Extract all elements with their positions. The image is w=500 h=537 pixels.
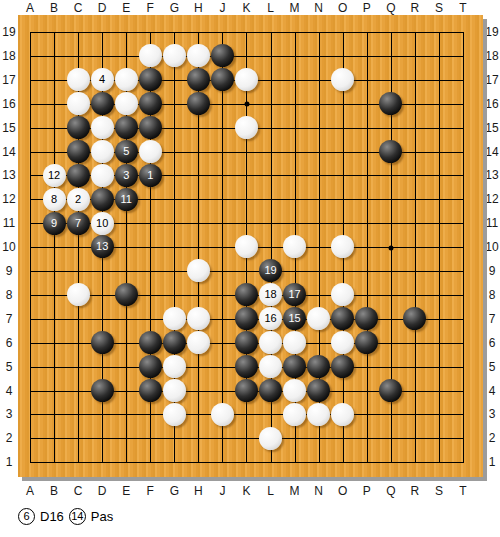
intersection-J12[interactable] [210,187,234,211]
intersection-B9[interactable] [42,259,66,283]
intersection-T18[interactable] [451,44,475,68]
intersection-E3[interactable] [114,402,138,426]
intersection-L18[interactable] [259,44,283,68]
intersection-M1[interactable] [283,450,307,474]
intersection-S15[interactable] [427,116,451,140]
intersection-G18[interactable] [162,44,186,68]
intersection-L7[interactable]: 16 [259,307,283,331]
intersection-B14[interactable] [42,139,66,163]
intersection-A5[interactable] [18,355,42,379]
intersection-H7[interactable] [186,307,210,331]
intersection-N11[interactable] [307,211,331,235]
intersection-R2[interactable] [403,426,427,450]
intersection-H5[interactable] [186,355,210,379]
intersection-G19[interactable] [162,20,186,44]
intersection-G2[interactable] [162,426,186,450]
intersection-L16[interactable] [259,92,283,116]
intersection-Q1[interactable] [379,450,403,474]
intersection-F12[interactable] [138,187,162,211]
intersection-R7[interactable] [403,307,427,331]
intersection-J19[interactable] [210,20,234,44]
intersection-K4[interactable] [234,378,258,402]
intersection-N8[interactable] [307,283,331,307]
intersection-R18[interactable] [403,44,427,68]
intersection-L13[interactable] [259,163,283,187]
intersection-S13[interactable] [427,163,451,187]
intersection-T3[interactable] [451,402,475,426]
intersection-M19[interactable] [283,20,307,44]
intersection-P17[interactable] [355,68,379,92]
intersection-D16[interactable] [90,92,114,116]
intersection-G1[interactable] [162,450,186,474]
intersection-T14[interactable] [451,139,475,163]
intersection-K19[interactable] [234,20,258,44]
intersection-A4[interactable] [18,378,42,402]
intersection-T8[interactable] [451,283,475,307]
intersection-T15[interactable] [451,116,475,140]
intersection-S14[interactable] [427,139,451,163]
intersection-P6[interactable] [355,331,379,355]
intersection-A17[interactable] [18,68,42,92]
intersection-L9[interactable]: 19 [259,259,283,283]
intersection-H12[interactable] [186,187,210,211]
intersection-C7[interactable] [66,307,90,331]
intersection-F11[interactable] [138,211,162,235]
intersection-L8[interactable]: 18 [259,283,283,307]
intersection-H13[interactable] [186,163,210,187]
intersection-E19[interactable] [114,20,138,44]
intersection-P14[interactable] [355,139,379,163]
intersection-G7[interactable] [162,307,186,331]
intersection-N10[interactable] [307,235,331,259]
intersection-E13[interactable]: 3 [114,163,138,187]
intersection-E7[interactable] [114,307,138,331]
intersection-C19[interactable] [66,20,90,44]
intersection-M17[interactable] [283,68,307,92]
intersection-N5[interactable] [307,355,331,379]
intersection-R8[interactable] [403,283,427,307]
intersection-N4[interactable] [307,378,331,402]
intersection-O1[interactable] [331,450,355,474]
intersection-H17[interactable] [186,68,210,92]
intersection-M6[interactable] [283,331,307,355]
intersection-G15[interactable] [162,116,186,140]
intersection-A3[interactable] [18,402,42,426]
intersection-C10[interactable] [66,235,90,259]
intersection-T11[interactable] [451,211,475,235]
intersection-Q2[interactable] [379,426,403,450]
intersection-L1[interactable] [259,450,283,474]
intersection-J11[interactable] [210,211,234,235]
intersection-F16[interactable] [138,92,162,116]
intersection-B18[interactable] [42,44,66,68]
intersection-A13[interactable] [18,163,42,187]
intersection-K8[interactable] [234,283,258,307]
intersection-D17[interactable]: 4 [90,68,114,92]
intersection-K13[interactable] [234,163,258,187]
intersection-Q3[interactable] [379,402,403,426]
intersection-C5[interactable] [66,355,90,379]
intersection-R9[interactable] [403,259,427,283]
intersection-N19[interactable] [307,20,331,44]
intersection-O13[interactable] [331,163,355,187]
intersection-H2[interactable] [186,426,210,450]
intersection-Q7[interactable] [379,307,403,331]
intersection-M12[interactable] [283,187,307,211]
intersection-M16[interactable] [283,92,307,116]
intersection-D3[interactable] [90,402,114,426]
intersection-H16[interactable] [186,92,210,116]
intersection-O10[interactable] [331,235,355,259]
intersection-T9[interactable] [451,259,475,283]
intersection-H8[interactable] [186,283,210,307]
intersection-G12[interactable] [162,187,186,211]
intersection-J1[interactable] [210,450,234,474]
intersection-D18[interactable] [90,44,114,68]
intersection-F9[interactable] [138,259,162,283]
intersection-F15[interactable] [138,116,162,140]
intersection-B11[interactable]: 9 [42,211,66,235]
intersection-K12[interactable] [234,187,258,211]
intersection-O2[interactable] [331,426,355,450]
intersection-B6[interactable] [42,331,66,355]
intersection-J8[interactable] [210,283,234,307]
intersection-G5[interactable] [162,355,186,379]
intersection-K7[interactable] [234,307,258,331]
intersection-J9[interactable] [210,259,234,283]
intersection-P2[interactable] [355,426,379,450]
intersection-E18[interactable] [114,44,138,68]
intersection-F14[interactable] [138,139,162,163]
intersection-O14[interactable] [331,139,355,163]
intersection-A9[interactable] [18,259,42,283]
intersection-K15[interactable] [234,116,258,140]
intersection-P19[interactable] [355,20,379,44]
intersection-J13[interactable] [210,163,234,187]
intersection-C13[interactable] [66,163,90,187]
intersection-F10[interactable] [138,235,162,259]
intersection-F3[interactable] [138,402,162,426]
intersection-K18[interactable] [234,44,258,68]
intersection-E9[interactable] [114,259,138,283]
intersection-L14[interactable] [259,139,283,163]
intersection-F5[interactable] [138,355,162,379]
intersection-O19[interactable] [331,20,355,44]
intersection-D11[interactable]: 10 [90,211,114,235]
intersection-F8[interactable] [138,283,162,307]
intersection-A6[interactable] [18,331,42,355]
intersection-R15[interactable] [403,116,427,140]
intersection-C18[interactable] [66,44,90,68]
intersection-J4[interactable] [210,378,234,402]
intersection-H9[interactable] [186,259,210,283]
intersection-C14[interactable] [66,139,90,163]
intersection-B5[interactable] [42,355,66,379]
intersection-T6[interactable] [451,331,475,355]
intersection-H4[interactable] [186,378,210,402]
intersection-E1[interactable] [114,450,138,474]
intersection-Q12[interactable] [379,187,403,211]
intersection-R4[interactable] [403,378,427,402]
intersection-P3[interactable] [355,402,379,426]
intersection-B12[interactable]: 8 [42,187,66,211]
intersection-F19[interactable] [138,20,162,44]
intersection-J3[interactable] [210,402,234,426]
intersection-B2[interactable] [42,426,66,450]
intersection-O16[interactable] [331,92,355,116]
intersection-N17[interactable] [307,68,331,92]
intersection-C15[interactable] [66,116,90,140]
intersection-R5[interactable] [403,355,427,379]
intersection-D1[interactable] [90,450,114,474]
intersection-A10[interactable] [18,235,42,259]
intersection-G3[interactable] [162,402,186,426]
intersection-L5[interactable] [259,355,283,379]
intersection-M11[interactable] [283,211,307,235]
intersection-S5[interactable] [427,355,451,379]
intersection-H15[interactable] [186,116,210,140]
intersection-T12[interactable] [451,187,475,211]
intersection-Q9[interactable] [379,259,403,283]
intersection-E5[interactable] [114,355,138,379]
intersection-O3[interactable] [331,402,355,426]
intersection-H6[interactable] [186,331,210,355]
intersection-H3[interactable] [186,402,210,426]
intersection-N1[interactable] [307,450,331,474]
intersection-J16[interactable] [210,92,234,116]
intersection-L17[interactable] [259,68,283,92]
intersection-P8[interactable] [355,283,379,307]
intersection-D12[interactable] [90,187,114,211]
intersection-T10[interactable] [451,235,475,259]
intersection-E17[interactable] [114,68,138,92]
intersection-F4[interactable] [138,378,162,402]
intersection-M7[interactable]: 15 [283,307,307,331]
intersection-J2[interactable] [210,426,234,450]
intersection-N6[interactable] [307,331,331,355]
intersection-E4[interactable] [114,378,138,402]
intersection-N15[interactable] [307,116,331,140]
intersection-B7[interactable] [42,307,66,331]
intersection-F17[interactable] [138,68,162,92]
intersection-D2[interactable] [90,426,114,450]
intersection-Q17[interactable] [379,68,403,92]
intersection-S3[interactable] [427,402,451,426]
intersection-N7[interactable] [307,307,331,331]
intersection-T16[interactable] [451,92,475,116]
intersection-N13[interactable] [307,163,331,187]
intersection-A11[interactable] [18,211,42,235]
intersection-P15[interactable] [355,116,379,140]
intersection-A7[interactable] [18,307,42,331]
intersection-Q16[interactable] [379,92,403,116]
intersection-J18[interactable] [210,44,234,68]
intersection-G10[interactable] [162,235,186,259]
intersection-E12[interactable]: 11 [114,187,138,211]
intersection-Q14[interactable] [379,139,403,163]
intersection-G8[interactable] [162,283,186,307]
intersection-N2[interactable] [307,426,331,450]
intersection-M18[interactable] [283,44,307,68]
intersection-J15[interactable] [210,116,234,140]
intersection-D13[interactable] [90,163,114,187]
intersection-A1[interactable] [18,450,42,474]
intersection-Q13[interactable] [379,163,403,187]
intersection-R13[interactable] [403,163,427,187]
intersection-G9[interactable] [162,259,186,283]
intersection-O7[interactable] [331,307,355,331]
intersection-L10[interactable] [259,235,283,259]
intersection-M13[interactable] [283,163,307,187]
intersection-Q6[interactable] [379,331,403,355]
intersection-A18[interactable] [18,44,42,68]
intersection-N12[interactable] [307,187,331,211]
intersection-J10[interactable] [210,235,234,259]
intersection-R19[interactable] [403,20,427,44]
intersection-J17[interactable] [210,68,234,92]
intersection-M5[interactable] [283,355,307,379]
intersection-N9[interactable] [307,259,331,283]
intersection-A8[interactable] [18,283,42,307]
intersection-B4[interactable] [42,378,66,402]
intersection-R16[interactable] [403,92,427,116]
intersection-H10[interactable] [186,235,210,259]
intersection-A2[interactable] [18,426,42,450]
intersection-B3[interactable] [42,402,66,426]
intersection-S7[interactable] [427,307,451,331]
intersection-B13[interactable]: 12 [42,163,66,187]
intersection-G6[interactable] [162,331,186,355]
intersection-S6[interactable] [427,331,451,355]
intersection-C11[interactable]: 7 [66,211,90,235]
intersection-M2[interactable] [283,426,307,450]
intersection-C6[interactable] [66,331,90,355]
intersection-H14[interactable] [186,139,210,163]
intersection-K14[interactable] [234,139,258,163]
intersection-G13[interactable] [162,163,186,187]
intersection-S10[interactable] [427,235,451,259]
intersection-H11[interactable] [186,211,210,235]
intersection-Q15[interactable] [379,116,403,140]
intersection-Q18[interactable] [379,44,403,68]
intersection-M4[interactable] [283,378,307,402]
intersection-S11[interactable] [427,211,451,235]
intersection-R10[interactable] [403,235,427,259]
intersection-S16[interactable] [427,92,451,116]
intersection-E16[interactable] [114,92,138,116]
intersection-E14[interactable]: 5 [114,139,138,163]
intersection-K11[interactable] [234,211,258,235]
intersection-O9[interactable] [331,259,355,283]
intersection-A19[interactable] [18,20,42,44]
intersection-A14[interactable] [18,139,42,163]
intersection-K9[interactable] [234,259,258,283]
intersection-Q10[interactable] [379,235,403,259]
intersection-D5[interactable] [90,355,114,379]
intersection-L3[interactable] [259,402,283,426]
intersection-D14[interactable] [90,139,114,163]
intersection-L2[interactable] [259,426,283,450]
intersection-S1[interactable] [427,450,451,474]
intersection-F2[interactable] [138,426,162,450]
intersection-G11[interactable] [162,211,186,235]
intersection-D9[interactable] [90,259,114,283]
intersection-R14[interactable] [403,139,427,163]
intersection-J7[interactable] [210,307,234,331]
intersection-T7[interactable] [451,307,475,331]
intersection-G17[interactable] [162,68,186,92]
intersection-E6[interactable] [114,331,138,355]
intersection-C3[interactable] [66,402,90,426]
intersection-S17[interactable] [427,68,451,92]
intersection-T1[interactable] [451,450,475,474]
intersection-Q19[interactable] [379,20,403,44]
intersection-O15[interactable] [331,116,355,140]
intersection-B15[interactable] [42,116,66,140]
intersection-D8[interactable] [90,283,114,307]
intersection-E15[interactable] [114,116,138,140]
intersection-S18[interactable] [427,44,451,68]
intersection-M14[interactable] [283,139,307,163]
intersection-M8[interactable]: 17 [283,283,307,307]
intersection-P16[interactable] [355,92,379,116]
intersection-E2[interactable] [114,426,138,450]
intersection-G4[interactable] [162,378,186,402]
intersection-T4[interactable] [451,378,475,402]
intersection-M10[interactable] [283,235,307,259]
intersection-R17[interactable] [403,68,427,92]
intersection-L4[interactable] [259,378,283,402]
intersection-T2[interactable] [451,426,475,450]
intersection-J5[interactable] [210,355,234,379]
intersection-R6[interactable] [403,331,427,355]
intersection-D15[interactable] [90,116,114,140]
intersection-S4[interactable] [427,378,451,402]
intersection-C17[interactable] [66,68,90,92]
intersection-C2[interactable] [66,426,90,450]
intersection-A15[interactable] [18,116,42,140]
intersection-O6[interactable] [331,331,355,355]
intersection-Q5[interactable] [379,355,403,379]
intersection-F18[interactable] [138,44,162,68]
intersection-Q4[interactable] [379,378,403,402]
intersection-R11[interactable] [403,211,427,235]
intersection-B1[interactable] [42,450,66,474]
intersection-P5[interactable] [355,355,379,379]
intersection-T17[interactable] [451,68,475,92]
intersection-B16[interactable] [42,92,66,116]
intersection-Q8[interactable] [379,283,403,307]
intersection-D7[interactable] [90,307,114,331]
intersection-P7[interactable] [355,307,379,331]
intersection-F6[interactable] [138,331,162,355]
intersection-T5[interactable] [451,355,475,379]
intersection-O12[interactable] [331,187,355,211]
intersection-S9[interactable] [427,259,451,283]
go-board[interactable]: 45123182119710131918171615 [18,15,483,477]
intersection-K17[interactable] [234,68,258,92]
intersection-K2[interactable] [234,426,258,450]
intersection-P1[interactable] [355,450,379,474]
intersection-Q11[interactable] [379,211,403,235]
intersection-L11[interactable] [259,211,283,235]
intersection-C12[interactable]: 2 [66,187,90,211]
intersection-K6[interactable] [234,331,258,355]
intersection-O5[interactable] [331,355,355,379]
intersection-N18[interactable] [307,44,331,68]
intersection-M15[interactable] [283,116,307,140]
intersection-N3[interactable] [307,402,331,426]
